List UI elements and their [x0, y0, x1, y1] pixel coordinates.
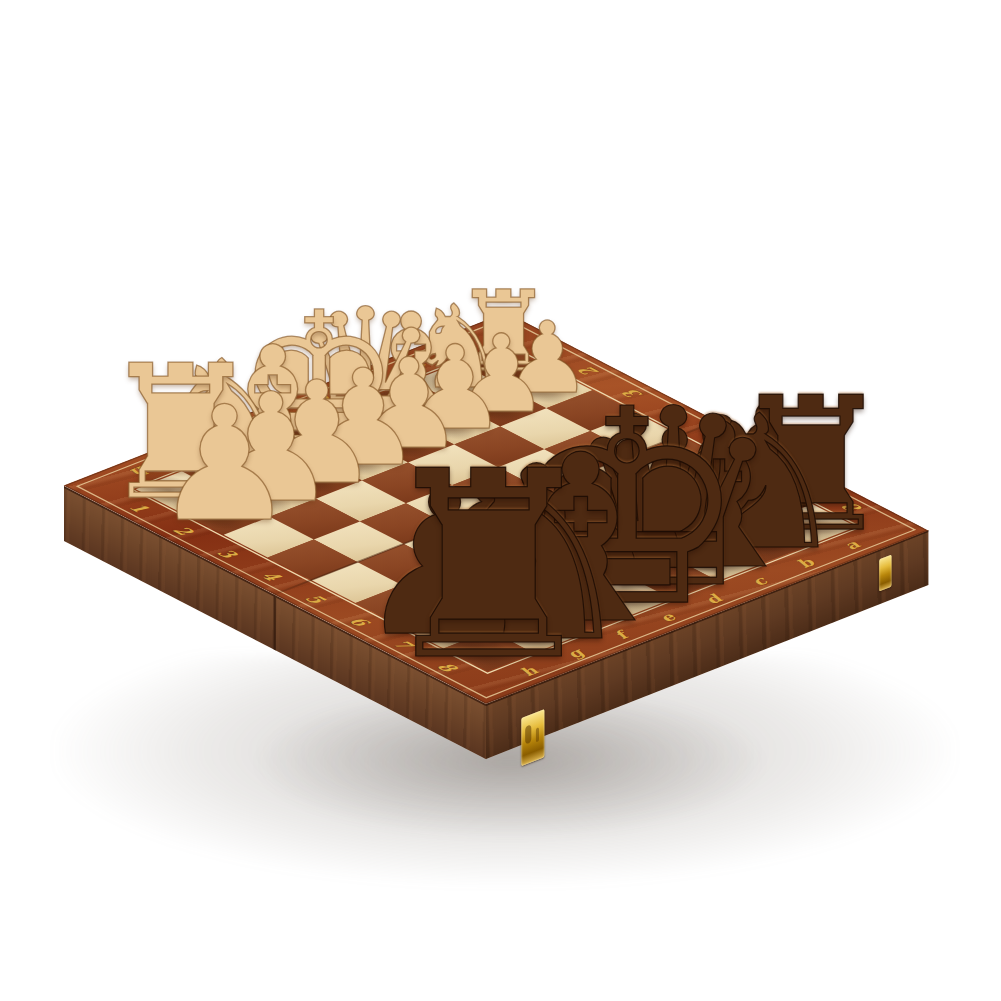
fold-seam-face [274, 596, 276, 650]
brass-clasp-icon [521, 709, 544, 766]
piece-black-rook-h8[interactable]: ♜ [373, 438, 605, 697]
product-photo-scene: 11aa22bb33cc44dd55ee66ff77gg88hh ♜♞♝♛♚♝♞… [0, 0, 1001, 1001]
piece-white-pawn-h2[interactable]: ♟ [154, 385, 296, 543]
